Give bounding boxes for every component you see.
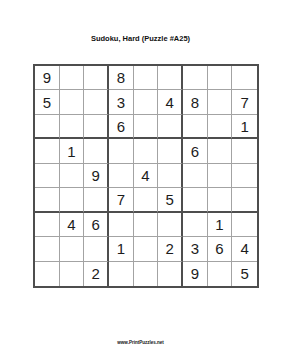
sudoku-cell-r6c5[interactable]: [134, 188, 159, 212]
sudoku-cell-r7c2[interactable]: 4: [60, 213, 85, 237]
sudoku-cell-r4c4[interactable]: [109, 139, 134, 163]
sudoku-cell-r3c6[interactable]: [158, 115, 183, 139]
sudoku-cell-r9c2[interactable]: [60, 262, 85, 286]
sudoku-cell-r4c2[interactable]: 1: [60, 139, 85, 163]
sudoku-cell-r5c1[interactable]: [35, 164, 60, 188]
sudoku-cell-r6c4[interactable]: 7: [109, 188, 134, 212]
sudoku-cell-r2c2[interactable]: [60, 90, 85, 114]
sudoku-cell-r5c4[interactable]: [109, 164, 134, 188]
sudoku-cell-r1c2[interactable]: [60, 66, 85, 90]
puzzle-page: Sudoku, Hard (Puzzle #A25) 9853487611694…: [0, 0, 281, 363]
sudoku-cell-r2c7[interactable]: 8: [183, 90, 208, 114]
sudoku-cell-r7c7[interactable]: [183, 213, 208, 237]
sudoku-cell-r8c1[interactable]: [35, 237, 60, 261]
sudoku-cell-r7c1[interactable]: [35, 213, 60, 237]
sudoku-cell-r8c2[interactable]: [60, 237, 85, 261]
sudoku-cell-r1c5[interactable]: [134, 66, 159, 90]
sudoku-cell-r8c8[interactable]: 6: [208, 237, 233, 261]
sudoku-cell-r3c7[interactable]: [183, 115, 208, 139]
sudoku-cell-r4c8[interactable]: [208, 139, 233, 163]
sudoku-cell-r2c9[interactable]: 7: [232, 90, 257, 114]
sudoku-cell-r3c8[interactable]: [208, 115, 233, 139]
sudoku-cell-r5c6[interactable]: [158, 164, 183, 188]
sudoku-cell-r3c5[interactable]: [134, 115, 159, 139]
sudoku-cell-r4c7[interactable]: 6: [183, 139, 208, 163]
sudoku-cell-r7c3[interactable]: 6: [84, 213, 109, 237]
sudoku-cell-r6c1[interactable]: [35, 188, 60, 212]
sudoku-cell-r6c9[interactable]: [232, 188, 257, 212]
sudoku-cell-r5c3[interactable]: 9: [84, 164, 109, 188]
sudoku-cell-r4c9[interactable]: [232, 139, 257, 163]
sudoku-cell-r6c2[interactable]: [60, 188, 85, 212]
sudoku-cell-r6c6[interactable]: 5: [158, 188, 183, 212]
sudoku-cell-r4c3[interactable]: [84, 139, 109, 163]
sudoku-board: 98534876116947546112364295: [33, 64, 259, 288]
sudoku-cell-r3c2[interactable]: [60, 115, 85, 139]
sudoku-cell-r3c9[interactable]: 1: [232, 115, 257, 139]
sudoku-cell-r9c6[interactable]: [158, 262, 183, 286]
sudoku-cell-r8c7[interactable]: 3: [183, 237, 208, 261]
sudoku-cell-r1c6[interactable]: [158, 66, 183, 90]
sudoku-cell-r6c3[interactable]: [84, 188, 109, 212]
sudoku-cell-r9c9[interactable]: 5: [232, 262, 257, 286]
sudoku-cell-r7c5[interactable]: [134, 213, 159, 237]
sudoku-cell-r1c1[interactable]: 9: [35, 66, 60, 90]
sudoku-cell-r5c7[interactable]: [183, 164, 208, 188]
sudoku-cell-r9c8[interactable]: [208, 262, 233, 286]
sudoku-cell-r6c7[interactable]: [183, 188, 208, 212]
sudoku-cell-r3c1[interactable]: [35, 115, 60, 139]
sudoku-cell-r1c3[interactable]: [84, 66, 109, 90]
sudoku-cell-r1c4[interactable]: 8: [109, 66, 134, 90]
sudoku-cell-r2c3[interactable]: [84, 90, 109, 114]
sudoku-cell-r3c4[interactable]: 6: [109, 115, 134, 139]
sudoku-cell-r8c9[interactable]: 4: [232, 237, 257, 261]
sudoku-cell-r9c4[interactable]: [109, 262, 134, 286]
sudoku-cell-r2c5[interactable]: [134, 90, 159, 114]
sudoku-cell-r1c9[interactable]: [232, 66, 257, 90]
sudoku-cell-r8c3[interactable]: [84, 237, 109, 261]
footer-url: www.PrintPuzzles.net: [0, 340, 281, 345]
sudoku-cell-r9c1[interactable]: [35, 262, 60, 286]
sudoku-cell-r5c9[interactable]: [232, 164, 257, 188]
sudoku-cell-r9c3[interactable]: 2: [84, 262, 109, 286]
sudoku-cell-r5c2[interactable]: [60, 164, 85, 188]
page-title: Sudoku, Hard (Puzzle #A25): [0, 34, 281, 43]
sudoku-cell-r8c6[interactable]: 2: [158, 237, 183, 261]
sudoku-cell-r5c5[interactable]: 4: [134, 164, 159, 188]
sudoku-cell-r9c5[interactable]: [134, 262, 159, 286]
sudoku-cell-r8c4[interactable]: 1: [109, 237, 134, 261]
sudoku-cell-r9c7[interactable]: 9: [183, 262, 208, 286]
sudoku-cell-r3c3[interactable]: [84, 115, 109, 139]
sudoku-cell-r1c8[interactable]: [208, 66, 233, 90]
sudoku-cell-r5c8[interactable]: [208, 164, 233, 188]
sudoku-cell-r7c9[interactable]: [232, 213, 257, 237]
sudoku-cell-r2c6[interactable]: 4: [158, 90, 183, 114]
sudoku-cell-r7c6[interactable]: [158, 213, 183, 237]
sudoku-cell-r4c1[interactable]: [35, 139, 60, 163]
sudoku-cell-r2c4[interactable]: 3: [109, 90, 134, 114]
sudoku-cell-r7c4[interactable]: [109, 213, 134, 237]
sudoku-cell-r8c5[interactable]: [134, 237, 159, 261]
sudoku-cell-r2c8[interactable]: [208, 90, 233, 114]
sudoku-cell-r2c1[interactable]: 5: [35, 90, 60, 114]
sudoku-cell-r4c6[interactable]: [158, 139, 183, 163]
sudoku-cell-r7c8[interactable]: 1: [208, 213, 233, 237]
sudoku-cell-r4c5[interactable]: [134, 139, 159, 163]
sudoku-cell-r1c7[interactable]: [183, 66, 208, 90]
sudoku-cell-r6c8[interactable]: [208, 188, 233, 212]
